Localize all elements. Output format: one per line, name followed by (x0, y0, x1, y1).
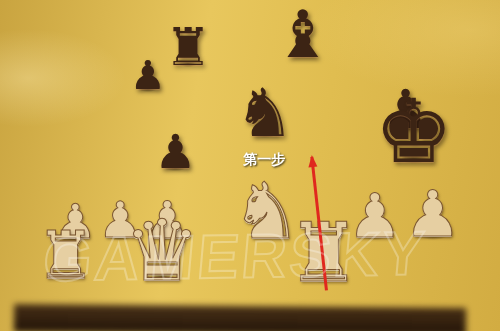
square-a5[interactable] (76, 125, 122, 154)
square-a4[interactable] (68, 153, 116, 185)
board-front-shadow (14, 304, 466, 331)
white-rook-a1[interactable]: ♜ (36, 222, 95, 288)
square-b6[interactable] (121, 98, 164, 126)
square-h1[interactable] (408, 255, 483, 303)
square-h8[interactable] (362, 33, 411, 59)
black-bishop-f8[interactable]: ♝ (274, 2, 332, 67)
square-g6[interactable] (328, 84, 378, 114)
black-pawn-c4[interactable]: ♟ (154, 129, 196, 176)
square-a7[interactable] (91, 77, 132, 103)
black-knight-e5[interactable]: ♞ (235, 80, 295, 147)
black-king-h4[interactable]: ♚ (374, 89, 453, 177)
white-queen-c1[interactable]: ♛ (124, 209, 200, 294)
square-c6[interactable] (161, 95, 204, 123)
white-pawn-h2[interactable]: ♟ (404, 183, 461, 247)
black-pawn-b7[interactable]: ♟ (130, 56, 166, 96)
step-label: 第一步 (243, 151, 285, 169)
square-b4[interactable] (109, 151, 156, 183)
black-rook-c8[interactable]: ♜ (165, 21, 212, 73)
square-a6[interactable] (84, 100, 127, 127)
white-rook-f1-selected[interactable]: ♜ (287, 213, 360, 295)
game-screenshot: ♝♜♟♟♞♚♟♟♟♞♟♟♟♜♛♜ 第一步 GAMERSKY (0, 0, 500, 331)
